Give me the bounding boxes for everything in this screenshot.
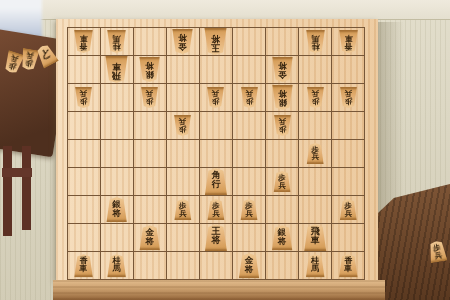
piece-香車-1i[interactable]: 香車 (338, 254, 359, 277)
piece-桂馬-8i[interactable]: 桂馬 (106, 254, 127, 277)
shogi-board-grid[interactable]: 香車桂馬金将玉将桂馬香車飛車銀将金将歩兵歩兵歩兵歩兵銀将歩兵歩兵歩兵歩兵歩兵角行… (67, 27, 365, 280)
piece-歩兵-1g[interactable]: 歩兵 (339, 199, 358, 220)
stand-leg-bar (2, 168, 32, 177)
piece-香車-9i[interactable]: 香車 (73, 254, 94, 277)
piece-銀将-7b[interactable]: 銀将 (138, 57, 161, 82)
piece-金将-6a[interactable]: 金将 (171, 29, 194, 54)
piece-桂馬-2i[interactable]: 桂馬 (305, 254, 326, 277)
stand-leg (3, 146, 12, 236)
piece-銀将-3c[interactable]: 銀将 (271, 85, 294, 110)
piece-歩兵-9c[interactable]: 歩兵 (74, 87, 93, 108)
piece-歩兵-4c[interactable]: 歩兵 (240, 87, 259, 108)
piece-香車-9a[interactable]: 香車 (73, 30, 94, 53)
piece-歩兵-7c[interactable]: 歩兵 (140, 87, 159, 108)
board-front-edge (53, 280, 385, 300)
shogi-board[interactable]: 香車桂馬金将玉将桂馬香車飛車銀将金将歩兵歩兵歩兵歩兵銀将歩兵歩兵歩兵歩兵歩兵角行… (56, 19, 378, 281)
piece-歩兵-4g[interactable]: 歩兵 (240, 199, 259, 220)
piece-飛車-8b[interactable]: 飛車 (104, 56, 129, 83)
piece-歩兵-3d[interactable]: 歩兵 (273, 115, 292, 136)
piece-香車-1a[interactable]: 香車 (338, 30, 359, 53)
piece-歩兵-1c[interactable]: 歩兵 (339, 87, 358, 108)
piece-王将-5h[interactable]: 王将 (203, 224, 228, 251)
piece-飛車-2h[interactable]: 飛車 (303, 224, 328, 251)
piece-歩兵-3f[interactable]: 歩兵 (273, 171, 292, 192)
piece-金将-7h[interactable]: 金将 (138, 225, 161, 250)
piece-金将-4i[interactable]: 金将 (238, 253, 261, 278)
piece-歩兵-6g[interactable]: 歩兵 (173, 199, 192, 220)
piece-銀将-3h[interactable]: 銀将 (271, 225, 294, 250)
piece-歩兵-2e[interactable]: 歩兵 (306, 143, 325, 164)
piece-銀将-8g[interactable]: 銀将 (105, 197, 128, 222)
piece-歩兵-6d[interactable]: 歩兵 (173, 115, 192, 136)
shogi-scene: 香車桂馬金将玉将桂馬香車飛車銀将金将歩兵歩兵歩兵歩兵銀将歩兵歩兵歩兵歩兵歩兵角行… (0, 0, 450, 300)
piece-歩兵-5g[interactable]: 歩兵 (206, 199, 225, 220)
piece-歩兵-2c[interactable]: 歩兵 (306, 87, 325, 108)
piece-歩兵-5c[interactable]: 歩兵 (206, 87, 225, 108)
piece-角行-5f[interactable]: 角行 (203, 168, 228, 195)
piece-桂馬-8a[interactable]: 桂馬 (106, 30, 127, 53)
piece-金将-3b[interactable]: 金将 (271, 57, 294, 82)
piece-玉将-5a[interactable]: 玉将 (203, 28, 228, 55)
stand-leg (22, 146, 31, 230)
background-wall-strip (0, 0, 450, 20)
piece-桂馬-2a[interactable]: 桂馬 (305, 30, 326, 53)
stand-legs (0, 146, 36, 240)
